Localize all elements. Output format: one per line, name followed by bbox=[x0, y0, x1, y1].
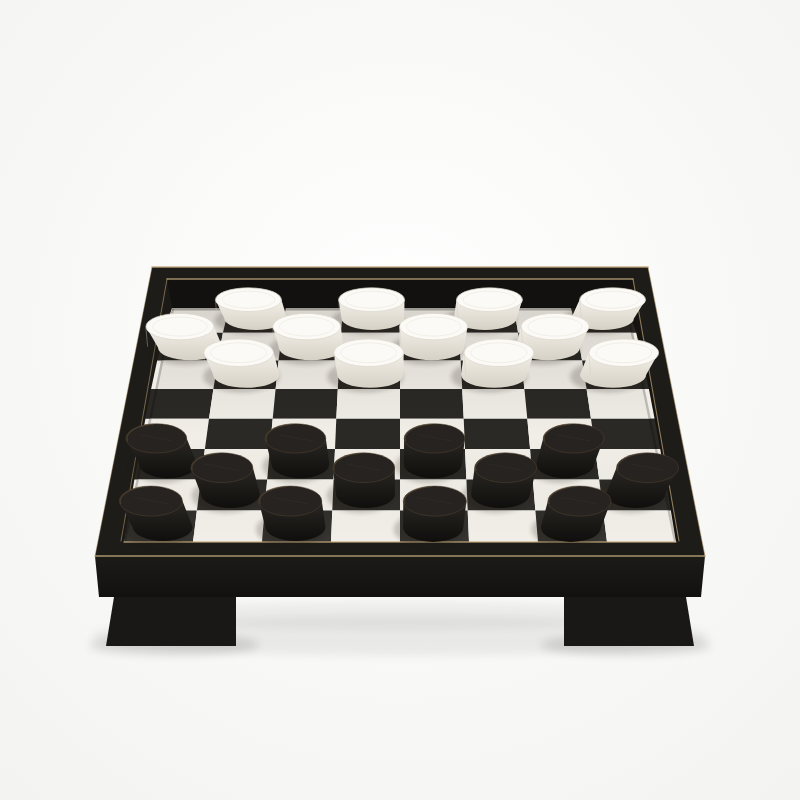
white-piece[interactable] bbox=[269, 313, 344, 364]
piece-top bbox=[617, 453, 679, 483]
black-piece[interactable] bbox=[262, 424, 329, 483]
checkers-board-photo bbox=[0, 0, 800, 800]
white-piece[interactable] bbox=[327, 339, 404, 393]
black-piece[interactable] bbox=[191, 453, 260, 513]
piece-top bbox=[475, 453, 537, 483]
frame-front-face bbox=[95, 556, 705, 597]
piece-top bbox=[119, 486, 182, 516]
white-piece[interactable] bbox=[332, 288, 405, 334]
piece-top bbox=[191, 453, 253, 483]
product-photo-scene bbox=[0, 0, 800, 800]
white-piece[interactable] bbox=[203, 339, 279, 393]
black-piece[interactable] bbox=[327, 453, 395, 513]
right-foot bbox=[564, 597, 694, 646]
piece-top bbox=[333, 453, 395, 483]
black-piece[interactable] bbox=[256, 486, 326, 547]
left-foot bbox=[106, 597, 236, 646]
